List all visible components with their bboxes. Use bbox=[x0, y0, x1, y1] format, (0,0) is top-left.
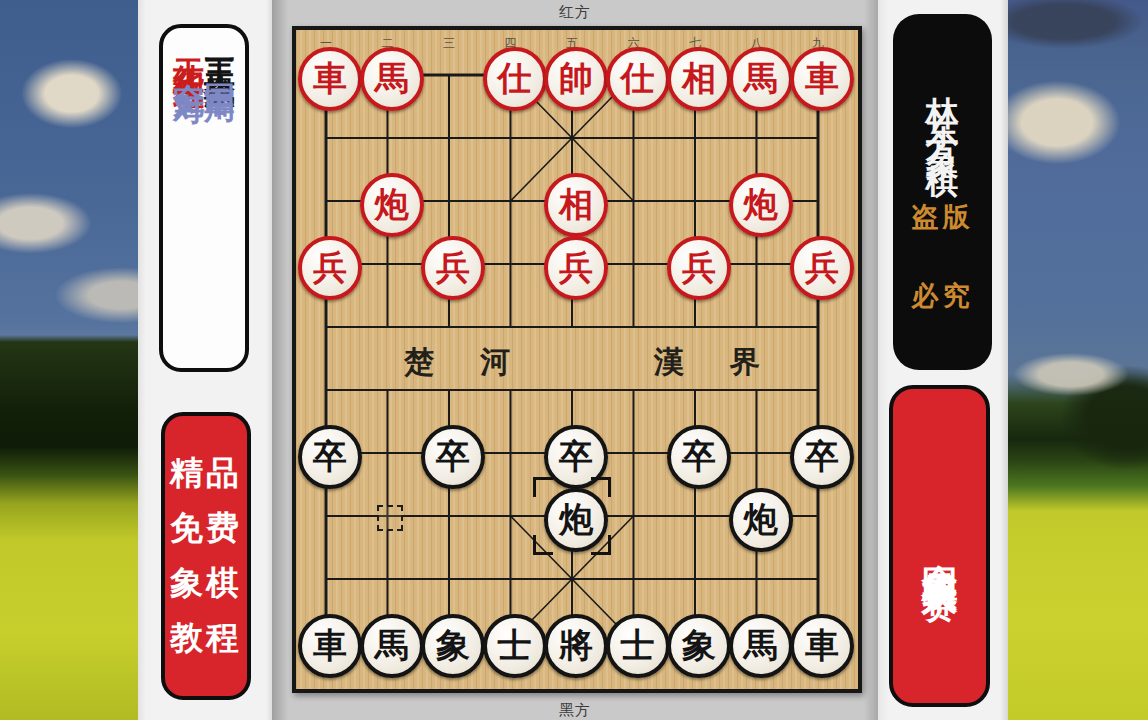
piece-black[interactable]: 卒 bbox=[298, 425, 362, 489]
course-ad-line: 象棋 bbox=[165, 561, 247, 606]
course-ad-line: 精品 bbox=[165, 451, 247, 496]
tournament-panel: 全国象棋个人赛 bbox=[889, 385, 990, 707]
brand-title: 林东方象棋 bbox=[926, 70, 959, 155]
piece-red[interactable]: 馬 bbox=[360, 47, 424, 111]
river-text-right: 漢界 bbox=[654, 342, 806, 383]
piece-black[interactable]: 車 bbox=[790, 614, 854, 678]
piece-black[interactable]: 馬 bbox=[729, 614, 793, 678]
piece-black[interactable]: 將 bbox=[544, 614, 608, 678]
piece-black[interactable]: 車 bbox=[298, 614, 362, 678]
piracy-warning-line: 必究 bbox=[912, 278, 974, 314]
last-move-origin-marker bbox=[377, 505, 403, 531]
red-side-label: 红方 bbox=[272, 3, 878, 22]
piece-red[interactable]: 兵 bbox=[667, 236, 731, 300]
piece-red[interactable]: 兵 bbox=[298, 236, 362, 300]
piece-black[interactable]: 士 bbox=[483, 614, 547, 678]
black-player-column: 王天一执黑国军局 bbox=[204, 34, 235, 74]
piece-red[interactable]: 車 bbox=[298, 47, 362, 111]
event-text-right: 国军局 bbox=[202, 59, 237, 74]
background-photo-left bbox=[0, 0, 138, 720]
piece-black[interactable]: 卒 bbox=[667, 425, 731, 489]
tournament-title: 全国象棋个人赛 bbox=[922, 536, 958, 557]
piece-red[interactable]: 炮 bbox=[360, 173, 424, 237]
piece-red[interactable]: 仕 bbox=[606, 47, 670, 111]
event-text-left: 全冠对 bbox=[171, 59, 206, 74]
piece-red[interactable]: 相 bbox=[544, 173, 608, 237]
piece-red[interactable]: 兵 bbox=[790, 236, 854, 300]
black-side-label: 黑方 bbox=[272, 701, 878, 720]
course-ad-panel: 精品 免费 象棋 教程 bbox=[161, 412, 251, 700]
red-player-column: 于幼华执红全冠对 bbox=[173, 34, 204, 74]
piece-red[interactable]: 兵 bbox=[421, 236, 485, 300]
background-photo-right bbox=[1008, 0, 1148, 720]
piece-black[interactable]: 馬 bbox=[360, 614, 424, 678]
players-panel: 于幼华执红全冠对 王天一执黑国军局 bbox=[159, 24, 249, 372]
piece-red[interactable]: 相 bbox=[667, 47, 731, 111]
river-text-left: 楚河 bbox=[404, 342, 556, 383]
file-label-top: 三 bbox=[429, 35, 469, 52]
piece-red[interactable]: 兵 bbox=[544, 236, 608, 300]
piece-black[interactable]: 卒 bbox=[421, 425, 485, 489]
piece-red[interactable]: 炮 bbox=[729, 173, 793, 237]
piece-red[interactable]: 仕 bbox=[483, 47, 547, 111]
red-player-name: 于幼华执红 bbox=[171, 34, 206, 59]
piracy-warning-line: 盗版 bbox=[912, 199, 974, 235]
piece-black[interactable]: 炮 bbox=[729, 488, 793, 552]
selected-piece-brackets bbox=[533, 477, 611, 555]
piece-black[interactable]: 象 bbox=[667, 614, 731, 678]
piece-black[interactable]: 卒 bbox=[790, 425, 854, 489]
piece-black[interactable]: 象 bbox=[421, 614, 485, 678]
course-ad-line: 免费 bbox=[165, 506, 247, 551]
piece-red[interactable]: 馬 bbox=[729, 47, 793, 111]
piece-red[interactable]: 車 bbox=[790, 47, 854, 111]
piece-black[interactable]: 士 bbox=[606, 614, 670, 678]
video-frame: 红方 黑方 于幼华执红全冠对 王天一执黑国军局 精品 免费 象棋 教程 林东方象… bbox=[0, 0, 1148, 720]
xiangqi-board[interactable]: 一二三四五六七八九987654321 楚河 漢界 車馬仕帥仕相馬車炮相炮兵兵兵兵… bbox=[292, 26, 862, 693]
course-ad-line: 教程 bbox=[165, 616, 247, 661]
black-player-name: 王天一执黑 bbox=[202, 34, 237, 59]
brand-panel: 林东方象棋 盗版 必究 bbox=[893, 14, 992, 370]
piece-red[interactable]: 帥 bbox=[544, 47, 608, 111]
